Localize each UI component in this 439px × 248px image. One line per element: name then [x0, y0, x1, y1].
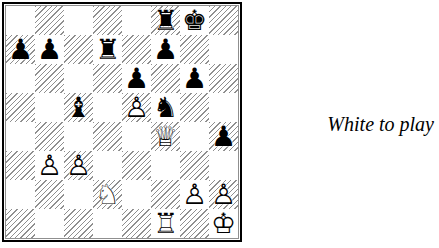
- square-c4[interactable]: [64, 122, 93, 151]
- square-d6[interactable]: [93, 64, 122, 93]
- square-a1[interactable]: [6, 209, 35, 238]
- piece-glyph: ♟: [209, 122, 238, 151]
- caption: White to play: [327, 109, 434, 139]
- piece-glyph: ♙: [35, 151, 64, 180]
- square-a5[interactable]: [6, 93, 35, 122]
- square-e3[interactable]: [122, 151, 151, 180]
- piece-glyph: ♜: [151, 6, 180, 35]
- piece-glyph: ♜: [93, 35, 122, 64]
- square-g5[interactable]: [180, 93, 209, 122]
- black-pawn-a7[interactable]: ♟♟: [6, 35, 35, 64]
- black-king-g8[interactable]: ♚♚: [180, 6, 209, 35]
- square-d3[interactable]: [93, 151, 122, 180]
- black-pawn-h4[interactable]: ♟♟: [209, 122, 238, 151]
- square-g6[interactable]: ♟♟: [180, 64, 209, 93]
- square-g1[interactable]: [180, 209, 209, 238]
- piece-glyph: ♘: [93, 180, 122, 209]
- piece-glyph: ♟: [151, 35, 180, 64]
- square-d4[interactable]: [93, 122, 122, 151]
- square-b5[interactable]: [35, 93, 64, 122]
- square-b6[interactable]: [35, 64, 64, 93]
- board: ♜♜♚♚♟♟♟♟♜♜♟♟♟♟♟♟♝♝♟♙♞♞♛♕♟♟♟♙♟♙♞♘♟♙♟♙♜♖♚♔: [5, 5, 239, 239]
- square-c3[interactable]: ♟♙: [64, 151, 93, 180]
- square-c7[interactable]: [64, 35, 93, 64]
- square-h7[interactable]: [209, 35, 238, 64]
- square-c2[interactable]: [64, 180, 93, 209]
- square-b2[interactable]: [35, 180, 64, 209]
- black-pawn-f7[interactable]: ♟♟: [151, 35, 180, 64]
- square-h2[interactable]: ♟♙: [209, 180, 238, 209]
- piece-glyph: ♙: [64, 151, 93, 180]
- square-a3[interactable]: [6, 151, 35, 180]
- white-pawn-c3[interactable]: ♟♙: [64, 151, 93, 180]
- square-f2[interactable]: [151, 180, 180, 209]
- piece-glyph: ♕: [151, 122, 180, 151]
- diagram-page: ♜♜♚♚♟♟♟♟♜♜♟♟♟♟♟♟♝♝♟♙♞♞♛♕♟♟♟♙♟♙♞♘♟♙♟♙♜♖♚♔…: [0, 0, 439, 248]
- square-a7[interactable]: ♟♟: [6, 35, 35, 64]
- square-d8[interactable]: [93, 6, 122, 35]
- square-h1[interactable]: ♚♔: [209, 209, 238, 238]
- white-pawn-e5[interactable]: ♟♙: [122, 93, 151, 122]
- piece-glyph: ♟: [6, 35, 35, 64]
- white-knight-d2[interactable]: ♞♘: [93, 180, 122, 209]
- piece-glyph: ♖: [151, 209, 180, 238]
- square-h5[interactable]: [209, 93, 238, 122]
- black-rook-d7[interactable]: ♜♜: [93, 35, 122, 64]
- square-d1[interactable]: [93, 209, 122, 238]
- piece-glyph: ♙: [122, 93, 151, 122]
- square-f5[interactable]: ♞♞: [151, 93, 180, 122]
- piece-glyph: ♔: [209, 209, 238, 238]
- square-e7[interactable]: [122, 35, 151, 64]
- square-d2[interactable]: ♞♘: [93, 180, 122, 209]
- white-rook-f1[interactable]: ♜♖: [151, 209, 180, 238]
- square-g3[interactable]: [180, 151, 209, 180]
- square-b3[interactable]: ♟♙: [35, 151, 64, 180]
- square-g8[interactable]: ♚♚: [180, 6, 209, 35]
- piece-glyph: ♟: [122, 64, 151, 93]
- piece-glyph: ♙: [209, 180, 238, 209]
- square-a4[interactable]: [6, 122, 35, 151]
- square-f6[interactable]: [151, 64, 180, 93]
- square-f4[interactable]: ♛♕: [151, 122, 180, 151]
- piece-glyph: ♟: [35, 35, 64, 64]
- square-g7[interactable]: [180, 35, 209, 64]
- square-b1[interactable]: [35, 209, 64, 238]
- square-d5[interactable]: [93, 93, 122, 122]
- square-d7[interactable]: ♜♜: [93, 35, 122, 64]
- square-h6[interactable]: [209, 64, 238, 93]
- square-e4[interactable]: [122, 122, 151, 151]
- black-rook-f8[interactable]: ♜♜: [151, 6, 180, 35]
- white-pawn-b3[interactable]: ♟♙: [35, 151, 64, 180]
- square-f3[interactable]: [151, 151, 180, 180]
- white-pawn-g2[interactable]: ♟♙: [180, 180, 209, 209]
- board-frame: ♜♜♚♚♟♟♟♟♜♜♟♟♟♟♟♟♝♝♟♙♞♞♛♕♟♟♟♙♟♙♞♘♟♙♟♙♜♖♚♔: [2, 2, 242, 242]
- square-b8[interactable]: [35, 6, 64, 35]
- square-e8[interactable]: [122, 6, 151, 35]
- square-a2[interactable]: [6, 180, 35, 209]
- white-pawn-h2[interactable]: ♟♙: [209, 180, 238, 209]
- white-king-h1[interactable]: ♚♔: [209, 209, 238, 238]
- square-c1[interactable]: [64, 209, 93, 238]
- piece-glyph: ♞: [151, 93, 180, 122]
- black-bishop-c5[interactable]: ♝♝: [64, 93, 93, 122]
- black-pawn-e6[interactable]: ♟♟: [122, 64, 151, 93]
- piece-glyph: ♝: [64, 93, 93, 122]
- piece-glyph: ♙: [180, 180, 209, 209]
- square-g4[interactable]: [180, 122, 209, 151]
- square-e6[interactable]: ♟♟: [122, 64, 151, 93]
- square-c8[interactable]: [64, 6, 93, 35]
- white-queen-f4[interactable]: ♛♕: [151, 122, 180, 151]
- square-f1[interactable]: ♜♖: [151, 209, 180, 238]
- square-a8[interactable]: [6, 6, 35, 35]
- black-knight-f5[interactable]: ♞♞: [151, 93, 180, 122]
- square-c6[interactable]: [64, 64, 93, 93]
- square-e1[interactable]: [122, 209, 151, 238]
- square-e5[interactable]: ♟♙: [122, 93, 151, 122]
- square-e2[interactable]: [122, 180, 151, 209]
- piece-glyph: ♟: [180, 64, 209, 93]
- square-g2[interactable]: ♟♙: [180, 180, 209, 209]
- square-f8[interactable]: ♜♜: [151, 6, 180, 35]
- piece-glyph: ♚: [180, 6, 209, 35]
- square-h3[interactable]: [209, 151, 238, 180]
- square-b7[interactable]: ♟♟: [35, 35, 64, 64]
- square-f7[interactable]: ♟♟: [151, 35, 180, 64]
- square-b4[interactable]: [35, 122, 64, 151]
- square-h8[interactable]: [209, 6, 238, 35]
- square-h4[interactable]: ♟♟: [209, 122, 238, 151]
- black-pawn-b7[interactable]: ♟♟: [35, 35, 64, 64]
- square-c5[interactable]: ♝♝: [64, 93, 93, 122]
- square-a6[interactable]: [6, 64, 35, 93]
- black-pawn-g6[interactable]: ♟♟: [180, 64, 209, 93]
